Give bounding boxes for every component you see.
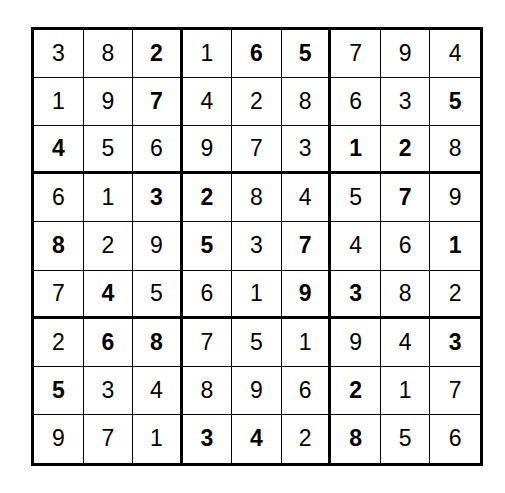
- sudoku-cell-r8c9: 7: [430, 367, 480, 415]
- sudoku-cell-r1c2: 8: [84, 30, 134, 78]
- sudoku-cell-r4c2: 1: [84, 174, 134, 222]
- sudoku-cell-r8c8: 1: [381, 367, 431, 415]
- sudoku-cell-r5c1: 8: [34, 222, 84, 270]
- sudoku-cell-r6c5: 1: [232, 271, 282, 319]
- sudoku-cell-r1c1: 3: [34, 30, 84, 78]
- sudoku-cell-r2c7: 6: [331, 78, 381, 126]
- sudoku-cell-r1c5: 6: [232, 30, 282, 78]
- sudoku-page: 3821657941974286354569731286132845798295…: [0, 0, 505, 493]
- sudoku-cell-r3c7: 1: [331, 126, 381, 174]
- sudoku-cell-r8c7: 2: [331, 367, 381, 415]
- sudoku-cell-r4c3: 3: [133, 174, 183, 222]
- sudoku-cell-r7c3: 8: [133, 319, 183, 367]
- sudoku-cell-r2c2: 9: [84, 78, 134, 126]
- sudoku-cell-r8c4: 8: [183, 367, 233, 415]
- sudoku-cell-r6c3: 5: [133, 271, 183, 319]
- sudoku-cell-r3c8: 2: [381, 126, 431, 174]
- sudoku-cell-r9c9: 6: [430, 415, 480, 463]
- sudoku-cell-r3c5: 7: [232, 126, 282, 174]
- sudoku-cell-r3c3: 6: [133, 126, 183, 174]
- sudoku-cell-r6c8: 8: [381, 271, 431, 319]
- sudoku-cell-r7c7: 9: [331, 319, 381, 367]
- sudoku-cell-r2c8: 3: [381, 78, 431, 126]
- sudoku-cell-r4c6: 4: [282, 174, 332, 222]
- sudoku-cell-r9c3: 1: [133, 415, 183, 463]
- sudoku-cell-r4c5: 8: [232, 174, 282, 222]
- sudoku-cell-r2c4: 4: [183, 78, 233, 126]
- sudoku-cell-r5c6: 7: [282, 222, 332, 270]
- sudoku-cell-r5c5: 3: [232, 222, 282, 270]
- sudoku-cell-r4c1: 6: [34, 174, 84, 222]
- sudoku-cell-r6c9: 2: [430, 271, 480, 319]
- sudoku-cell-r5c2: 2: [84, 222, 134, 270]
- sudoku-cell-r1c8: 9: [381, 30, 431, 78]
- sudoku-cell-r6c2: 4: [84, 271, 134, 319]
- sudoku-cell-r8c1: 5: [34, 367, 84, 415]
- sudoku-cell-r1c9: 4: [430, 30, 480, 78]
- sudoku-cell-r4c8: 7: [381, 174, 431, 222]
- sudoku-cell-r1c3: 2: [133, 30, 183, 78]
- sudoku-cell-r9c1: 9: [34, 415, 84, 463]
- sudoku-cell-r8c5: 9: [232, 367, 282, 415]
- sudoku-cell-r8c3: 4: [133, 367, 183, 415]
- sudoku-cell-r3c4: 9: [183, 126, 233, 174]
- sudoku-cell-r7c4: 7: [183, 319, 233, 367]
- sudoku-cell-r7c2: 6: [84, 319, 134, 367]
- sudoku-cell-r5c7: 4: [331, 222, 381, 270]
- sudoku-cell-r5c3: 9: [133, 222, 183, 270]
- sudoku-cell-r9c2: 7: [84, 415, 134, 463]
- sudoku-cell-r3c9: 8: [430, 126, 480, 174]
- sudoku-board: 3821657941974286354569731286132845798295…: [31, 27, 483, 466]
- sudoku-cell-r7c8: 4: [381, 319, 431, 367]
- sudoku-cell-r4c9: 9: [430, 174, 480, 222]
- sudoku-cell-r9c4: 3: [183, 415, 233, 463]
- sudoku-cell-r2c9: 5: [430, 78, 480, 126]
- sudoku-cell-r2c6: 8: [282, 78, 332, 126]
- sudoku-cell-r7c5: 5: [232, 319, 282, 367]
- sudoku-cell-r3c6: 3: [282, 126, 332, 174]
- sudoku-cell-r2c5: 2: [232, 78, 282, 126]
- sudoku-cell-r6c6: 9: [282, 271, 332, 319]
- sudoku-cell-r7c1: 2: [34, 319, 84, 367]
- sudoku-cell-r1c4: 1: [183, 30, 233, 78]
- sudoku-cell-r6c7: 3: [331, 271, 381, 319]
- sudoku-cell-r2c3: 7: [133, 78, 183, 126]
- sudoku-cell-r9c7: 8: [331, 415, 381, 463]
- sudoku-cell-r8c6: 6: [282, 367, 332, 415]
- sudoku-cell-r9c5: 4: [232, 415, 282, 463]
- sudoku-cell-r1c6: 5: [282, 30, 332, 78]
- sudoku-cell-r7c6: 1: [282, 319, 332, 367]
- sudoku-cell-r6c4: 6: [183, 271, 233, 319]
- sudoku-cell-r9c6: 2: [282, 415, 332, 463]
- sudoku-cell-r5c9: 1: [430, 222, 480, 270]
- sudoku-cell-r7c9: 3: [430, 319, 480, 367]
- sudoku-cell-r8c2: 3: [84, 367, 134, 415]
- sudoku-cell-r3c1: 4: [34, 126, 84, 174]
- sudoku-cell-r5c4: 5: [183, 222, 233, 270]
- sudoku-cell-r9c8: 5: [381, 415, 431, 463]
- sudoku-cell-r3c2: 5: [84, 126, 134, 174]
- sudoku-cell-r6c1: 7: [34, 271, 84, 319]
- sudoku-cell-r4c4: 2: [183, 174, 233, 222]
- sudoku-cell-r5c8: 6: [381, 222, 431, 270]
- sudoku-cell-r1c7: 7: [331, 30, 381, 78]
- sudoku-cell-r4c7: 5: [331, 174, 381, 222]
- sudoku-cell-r2c1: 1: [34, 78, 84, 126]
